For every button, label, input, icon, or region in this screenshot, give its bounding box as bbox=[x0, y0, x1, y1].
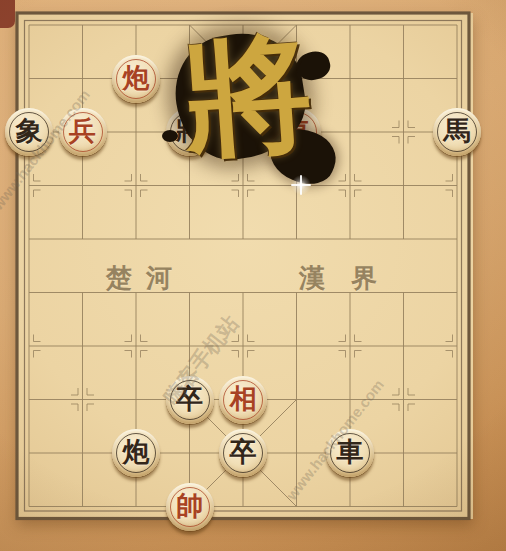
piece-black-horse[interactable]: 馬 bbox=[433, 108, 481, 156]
piece-red-elephant[interactable]: 相 bbox=[219, 376, 267, 424]
piece-character: 相 bbox=[219, 375, 267, 423]
piece-red-cannon[interactable]: 炮 bbox=[112, 55, 160, 103]
piece-character: 車 bbox=[326, 428, 374, 476]
piece-character: 兵 bbox=[59, 107, 107, 155]
piece-black-elephant[interactable]: 象 bbox=[5, 108, 53, 156]
piece-black-cannon[interactable]: 炮 bbox=[112, 429, 160, 477]
piece-character: 卒 bbox=[219, 428, 267, 476]
check-banner-glyph: 將 bbox=[152, 12, 343, 192]
piece-character: 炮 bbox=[112, 428, 160, 476]
piece-character: 馬 bbox=[433, 107, 481, 155]
piece-character: 象 bbox=[5, 107, 53, 155]
sparkle-effect bbox=[291, 175, 311, 195]
piece-character: 帥 bbox=[166, 482, 214, 530]
check-banner: 將 bbox=[158, 18, 338, 186]
piece-black-soldier-1[interactable]: 卒 bbox=[166, 376, 214, 424]
piece-black-chariot[interactable]: 車 bbox=[326, 429, 374, 477]
sparkle-glow bbox=[291, 175, 311, 195]
corner-red-glyph bbox=[0, 0, 15, 28]
piece-character: 炮 bbox=[112, 54, 160, 102]
xiangqi-game-screenshot: 楚河 漢界 炮象兵將車馬卒相炮卒車帥 將 www.hackhome.com嗨客手… bbox=[0, 0, 506, 551]
piece-red-general[interactable]: 帥 bbox=[166, 483, 214, 531]
piece-character: 卒 bbox=[166, 375, 214, 423]
piece-red-soldier[interactable]: 兵 bbox=[59, 108, 107, 156]
piece-black-soldier-2[interactable]: 卒 bbox=[219, 429, 267, 477]
